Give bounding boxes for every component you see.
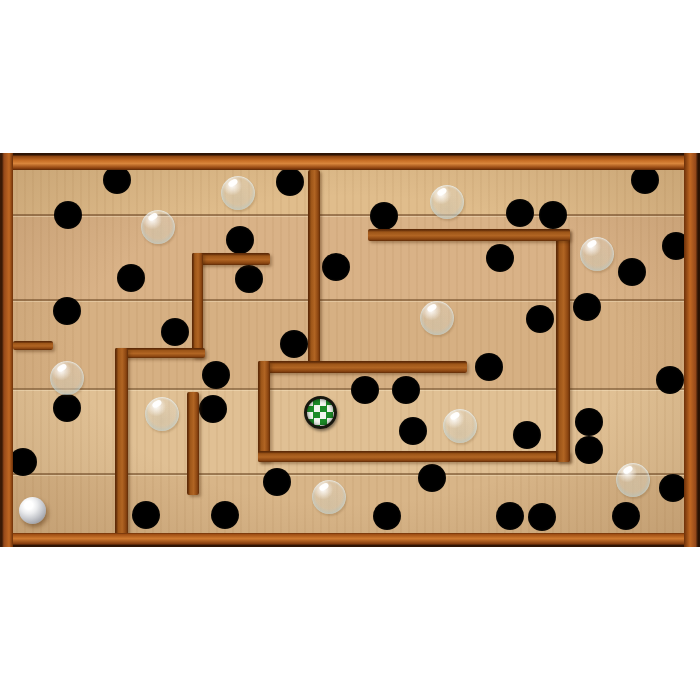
hole <box>351 376 379 404</box>
bubble <box>145 397 179 431</box>
maze-wall <box>368 229 570 241</box>
hole <box>9 448 37 476</box>
board-frame-right <box>684 153 700 547</box>
bubble <box>580 237 614 271</box>
hole <box>54 201 82 229</box>
hole <box>280 330 308 358</box>
board-frame-bottom <box>0 533 700 547</box>
maze-wall <box>258 361 467 373</box>
maze-wall <box>556 229 570 462</box>
hole <box>103 166 131 194</box>
bubble <box>616 463 650 497</box>
hole <box>53 394 81 422</box>
bubble <box>430 185 464 219</box>
hole <box>226 226 254 254</box>
goal-target <box>304 396 337 429</box>
hole <box>513 421 541 449</box>
hole <box>161 318 189 346</box>
bubble <box>141 210 175 244</box>
hole <box>418 464 446 492</box>
hole <box>132 501 160 529</box>
maze-wall <box>115 348 205 358</box>
hole <box>392 376 420 404</box>
hole <box>370 202 398 230</box>
hole <box>656 366 684 394</box>
maze-wall <box>192 253 270 265</box>
hole <box>235 265 263 293</box>
maze-wall <box>258 451 570 462</box>
bubble <box>221 176 255 210</box>
hole <box>202 361 230 389</box>
plank-seam <box>13 388 684 390</box>
hole <box>506 199 534 227</box>
hole <box>573 293 601 321</box>
maze-wall <box>192 253 203 358</box>
plank-seam <box>13 473 684 475</box>
game-stage <box>0 0 700 700</box>
hole <box>53 297 81 325</box>
hole <box>539 201 567 229</box>
hole <box>373 502 401 530</box>
maze-wall <box>13 341 53 350</box>
hole <box>631 166 659 194</box>
hole <box>618 258 646 286</box>
bubble <box>420 301 454 335</box>
maze-wall <box>308 170 320 368</box>
board-frame-top <box>0 153 700 170</box>
hole <box>528 503 556 531</box>
hole <box>263 468 291 496</box>
hole <box>612 502 640 530</box>
maze-wall <box>258 361 270 462</box>
hole <box>486 244 514 272</box>
bubble <box>312 480 346 514</box>
hole <box>199 395 227 423</box>
hole <box>575 408 603 436</box>
hole <box>659 474 687 502</box>
maze-wall <box>115 348 128 535</box>
hole <box>211 501 239 529</box>
hole <box>322 253 350 281</box>
hole <box>526 305 554 333</box>
maze-board[interactable] <box>0 153 700 547</box>
hole <box>399 417 427 445</box>
board-layer <box>0 153 700 547</box>
hole <box>575 436 603 464</box>
ball[interactable] <box>19 497 46 524</box>
hole <box>276 168 304 196</box>
hole <box>117 264 145 292</box>
hole <box>475 353 503 381</box>
maze-wall <box>187 392 199 495</box>
hole <box>496 502 524 530</box>
bubble <box>443 409 477 443</box>
plank-seam <box>13 214 684 216</box>
board-frame-left <box>0 153 13 547</box>
bubble <box>50 361 84 395</box>
